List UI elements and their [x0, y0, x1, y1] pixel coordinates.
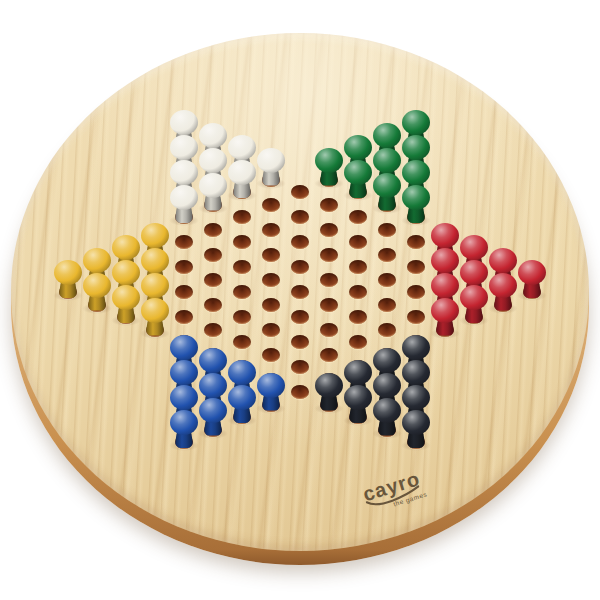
board-hole[interactable]	[204, 248, 222, 262]
board-hole[interactable]	[349, 260, 367, 274]
peg-green[interactable]	[344, 160, 372, 200]
board-hole[interactable]	[204, 298, 222, 312]
peg-head	[402, 160, 430, 185]
board-hole[interactable]	[233, 235, 251, 249]
peg-green[interactable]	[402, 185, 430, 225]
peg-head	[518, 260, 546, 285]
peg-yellow[interactable]	[141, 298, 169, 338]
peg-head	[402, 385, 430, 410]
peg-head	[373, 398, 401, 423]
peg-head	[170, 135, 198, 160]
board-hole[interactable]	[175, 310, 193, 324]
peg-head	[344, 360, 372, 385]
peg-red[interactable]	[460, 285, 488, 325]
board-hole[interactable]	[407, 235, 425, 249]
peg-head	[199, 398, 227, 423]
peg-head	[170, 360, 198, 385]
peg-head	[460, 285, 488, 310]
board-hole[interactable]	[291, 210, 309, 224]
board-hole[interactable]	[320, 298, 338, 312]
board-hole[interactable]	[262, 348, 280, 362]
peg-head	[228, 160, 256, 185]
peg-head	[170, 410, 198, 435]
peg-blue[interactable]	[257, 373, 285, 413]
peg-head	[373, 148, 401, 173]
board-hole[interactable]	[349, 285, 367, 299]
board-hole[interactable]	[291, 285, 309, 299]
peg-head	[489, 248, 517, 273]
board-hole[interactable]	[320, 323, 338, 337]
peg-head	[112, 260, 140, 285]
peg-yellow[interactable]	[83, 273, 111, 313]
board-hole[interactable]	[378, 248, 396, 262]
board-hole[interactable]	[378, 273, 396, 287]
board-hole[interactable]	[262, 198, 280, 212]
chinese-checkers-board: cayro the games	[11, 33, 589, 551]
board-hole[interactable]	[262, 298, 280, 312]
board-hole[interactable]	[291, 235, 309, 249]
peg-head	[141, 298, 169, 323]
peg-head	[373, 123, 401, 148]
peg-head	[83, 248, 111, 273]
board-hole[interactable]	[233, 285, 251, 299]
board-hole[interactable]	[320, 248, 338, 262]
peg-head	[431, 223, 459, 248]
board-hole[interactable]	[378, 223, 396, 237]
peg-head	[402, 185, 430, 210]
peg-head	[402, 135, 430, 160]
peg-yellow[interactable]	[54, 260, 82, 300]
peg-head	[141, 273, 169, 298]
peg-black[interactable]	[373, 398, 401, 438]
peg-head	[489, 273, 517, 298]
board-hole[interactable]	[204, 223, 222, 237]
peg-head	[170, 185, 198, 210]
peg-head	[344, 135, 372, 160]
peg-head	[431, 298, 459, 323]
peg-head	[431, 273, 459, 298]
peg-black[interactable]	[402, 410, 430, 450]
peg-head	[373, 173, 401, 198]
peg-white[interactable]	[199, 173, 227, 213]
peg-white[interactable]	[257, 148, 285, 188]
board-hole[interactable]	[291, 335, 309, 349]
peg-red[interactable]	[518, 260, 546, 300]
peg-head	[315, 148, 343, 173]
board-hole[interactable]	[320, 348, 338, 362]
peg-head	[460, 260, 488, 285]
board-hole[interactable]	[291, 385, 309, 399]
peg-head	[315, 373, 343, 398]
peg-head	[402, 410, 430, 435]
board-hole[interactable]	[291, 360, 309, 374]
peg-head	[257, 148, 285, 173]
board-hole[interactable]	[291, 260, 309, 274]
peg-head	[402, 335, 430, 360]
peg-head	[141, 223, 169, 248]
peg-white[interactable]	[228, 160, 256, 200]
peg-head	[344, 160, 372, 185]
board-hole[interactable]	[378, 323, 396, 337]
peg-blue[interactable]	[199, 398, 227, 438]
board-hole[interactable]	[262, 248, 280, 262]
peg-head	[431, 248, 459, 273]
board-hole[interactable]	[320, 223, 338, 237]
board-hole[interactable]	[262, 323, 280, 337]
peg-head	[112, 235, 140, 260]
peg-white[interactable]	[170, 185, 198, 225]
peg-head	[373, 348, 401, 373]
board-hole[interactable]	[204, 273, 222, 287]
board-hole[interactable]	[233, 335, 251, 349]
peg-head	[460, 235, 488, 260]
peg-head	[373, 373, 401, 398]
board-hole[interactable]	[407, 285, 425, 299]
peg-black[interactable]	[344, 385, 372, 425]
peg-yellow[interactable]	[112, 285, 140, 325]
peg-blue[interactable]	[228, 385, 256, 425]
board-grid	[0, 0, 600, 600]
peg-head	[170, 110, 198, 135]
peg-green[interactable]	[373, 173, 401, 213]
peg-green[interactable]	[315, 148, 343, 188]
peg-head	[199, 348, 227, 373]
peg-black[interactable]	[315, 373, 343, 413]
peg-head	[199, 123, 227, 148]
board-hole[interactable]	[349, 310, 367, 324]
board-hole[interactable]	[291, 310, 309, 324]
peg-head	[402, 360, 430, 385]
board-hole[interactable]	[233, 260, 251, 274]
peg-red[interactable]	[489, 273, 517, 313]
board-hole[interactable]	[262, 273, 280, 287]
board-hole[interactable]	[407, 310, 425, 324]
peg-head	[112, 285, 140, 310]
peg-head	[54, 260, 82, 285]
board-hole[interactable]	[262, 223, 280, 237]
board-hole[interactable]	[233, 310, 251, 324]
peg-head	[170, 385, 198, 410]
board-hole[interactable]	[320, 198, 338, 212]
peg-head	[344, 385, 372, 410]
peg-head	[199, 173, 227, 198]
board-hole[interactable]	[175, 285, 193, 299]
peg-head	[228, 135, 256, 160]
board-hole[interactable]	[175, 260, 193, 274]
board-hole[interactable]	[407, 260, 425, 274]
board-hole[interactable]	[378, 298, 396, 312]
peg-head	[170, 160, 198, 185]
peg-head	[170, 335, 198, 360]
peg-head	[402, 110, 430, 135]
peg-head	[141, 248, 169, 273]
board-hole[interactable]	[175, 235, 193, 249]
board-hole[interactable]	[349, 235, 367, 249]
board-hole[interactable]	[349, 335, 367, 349]
board-hole[interactable]	[233, 210, 251, 224]
peg-head	[257, 373, 285, 398]
peg-head	[228, 385, 256, 410]
peg-head	[199, 148, 227, 173]
peg-red[interactable]	[431, 298, 459, 338]
board-hole[interactable]	[349, 210, 367, 224]
peg-head	[228, 360, 256, 385]
product-photo: cayro the games	[0, 0, 600, 600]
peg-head	[83, 273, 111, 298]
peg-blue[interactable]	[170, 410, 198, 450]
board-hole[interactable]	[291, 185, 309, 199]
board-hole[interactable]	[204, 323, 222, 337]
peg-head	[199, 373, 227, 398]
board-hole[interactable]	[320, 273, 338, 287]
